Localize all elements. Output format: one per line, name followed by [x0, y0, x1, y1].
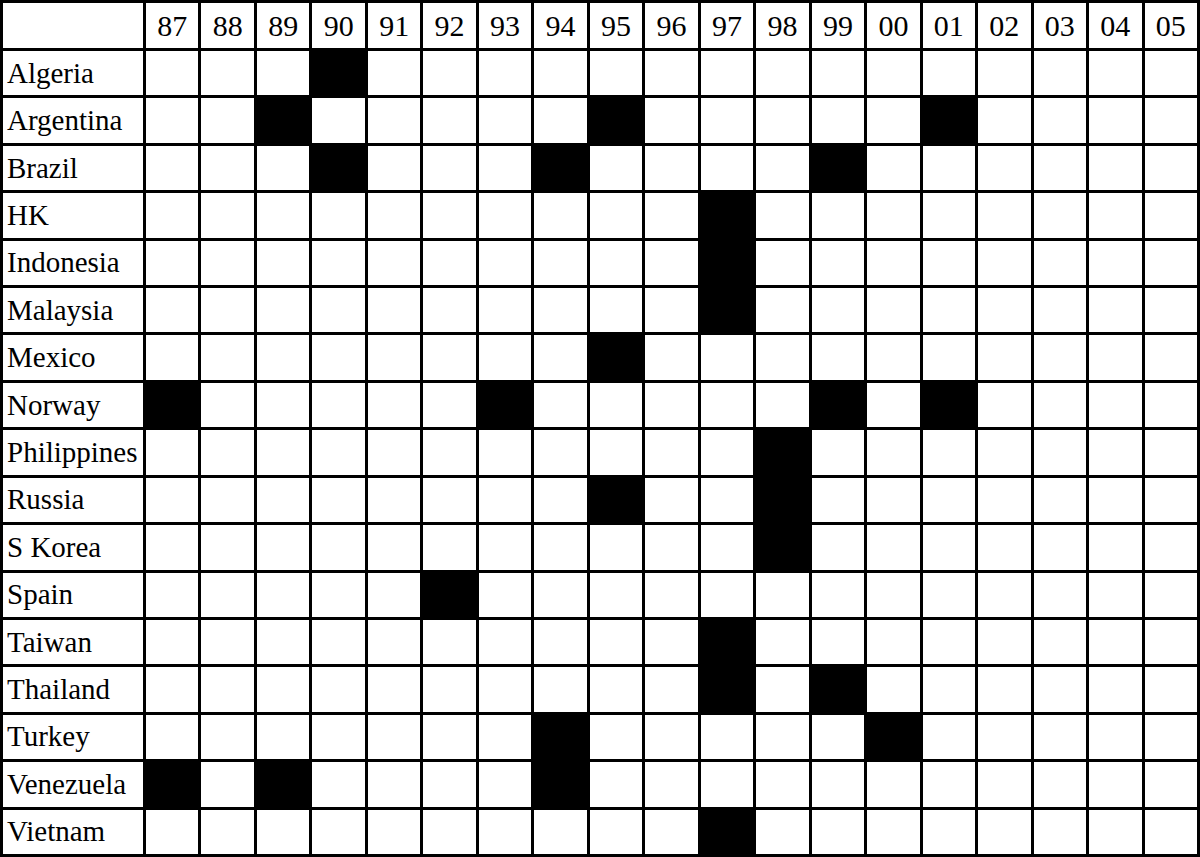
- row-label-norway: Norway: [3, 383, 143, 427]
- cell-taiwan-01: [923, 620, 975, 664]
- cell-argentina-92: [423, 98, 475, 142]
- cell-russia-05: [1145, 478, 1197, 522]
- cell-algeria-95: [590, 51, 642, 95]
- cell-taiwan-89: [257, 620, 309, 664]
- cell-thailand-92: [423, 667, 475, 711]
- crisis-year-grid: 87888990919293949596979899000102030405Al…: [0, 0, 1200, 857]
- row-label-venezuela: Venezuela: [3, 762, 143, 806]
- cell-mexico-00: [867, 335, 919, 379]
- cell-spain-97: [701, 573, 753, 617]
- cell-algeria-96: [645, 51, 697, 95]
- cell-venezuela-94: [534, 762, 586, 806]
- col-header-05: 05: [1145, 3, 1197, 48]
- cell-indonesia-93: [479, 241, 531, 285]
- cell-russia-89: [257, 478, 309, 522]
- row-label-turkey: Turkey: [3, 715, 143, 759]
- cell-russia-98: [756, 478, 808, 522]
- cell-spain-99: [812, 573, 864, 617]
- cell-hk-99: [812, 193, 864, 237]
- cell-argentina-02: [978, 98, 1030, 142]
- cell-mexico-03: [1034, 335, 1086, 379]
- cell-turkey-05: [1145, 715, 1197, 759]
- cell-spain-94: [534, 573, 586, 617]
- cell-thailand-03: [1034, 667, 1086, 711]
- cell-brazil-96: [645, 146, 697, 190]
- cell-spain-02: [978, 573, 1030, 617]
- cell-algeria-04: [1089, 51, 1141, 95]
- cell-argentina-96: [645, 98, 697, 142]
- row-label-taiwan: Taiwan: [3, 620, 143, 664]
- cell-s-korea-92: [423, 525, 475, 569]
- cell-vietnam-90: [312, 810, 364, 854]
- cell-indonesia-04: [1089, 241, 1141, 285]
- cell-thailand-90: [312, 667, 364, 711]
- cell-argentina-93: [479, 98, 531, 142]
- cell-indonesia-90: [312, 241, 364, 285]
- cell-venezuela-01: [923, 762, 975, 806]
- cell-turkey-01: [923, 715, 975, 759]
- cell-spain-96: [645, 573, 697, 617]
- cell-indonesia-01: [923, 241, 975, 285]
- cell-philippines-90: [312, 430, 364, 474]
- cell-taiwan-05: [1145, 620, 1197, 664]
- row-label-brazil: Brazil: [3, 146, 143, 190]
- cell-malaysia-90: [312, 288, 364, 332]
- cell-brazil-05: [1145, 146, 1197, 190]
- cell-mexico-89: [257, 335, 309, 379]
- cell-hk-89: [257, 193, 309, 237]
- cell-malaysia-93: [479, 288, 531, 332]
- cell-spain-89: [257, 573, 309, 617]
- cell-russia-87: [146, 478, 198, 522]
- cell-brazil-02: [978, 146, 1030, 190]
- row-label-spain: Spain: [3, 573, 143, 617]
- cell-spain-04: [1089, 573, 1141, 617]
- cell-mexico-01: [923, 335, 975, 379]
- cell-russia-96: [645, 478, 697, 522]
- cell-hk-92: [423, 193, 475, 237]
- cell-vietnam-00: [867, 810, 919, 854]
- cell-norway-92: [423, 383, 475, 427]
- cell-venezuela-00: [867, 762, 919, 806]
- cell-s-korea-95: [590, 525, 642, 569]
- row-label-mexico: Mexico: [3, 335, 143, 379]
- col-header-96: 96: [645, 3, 697, 48]
- cell-philippines-91: [368, 430, 420, 474]
- cell-indonesia-92: [423, 241, 475, 285]
- cell-norway-04: [1089, 383, 1141, 427]
- cell-taiwan-02: [978, 620, 1030, 664]
- cell-brazil-95: [590, 146, 642, 190]
- cell-indonesia-97: [701, 241, 753, 285]
- cell-s-korea-01: [923, 525, 975, 569]
- cell-s-korea-90: [312, 525, 364, 569]
- cell-hk-96: [645, 193, 697, 237]
- cell-malaysia-94: [534, 288, 586, 332]
- cell-mexico-87: [146, 335, 198, 379]
- cell-taiwan-98: [756, 620, 808, 664]
- cell-venezuela-91: [368, 762, 420, 806]
- cell-brazil-89: [257, 146, 309, 190]
- cell-algeria-87: [146, 51, 198, 95]
- cell-thailand-91: [368, 667, 420, 711]
- cell-brazil-98: [756, 146, 808, 190]
- cell-vietnam-04: [1089, 810, 1141, 854]
- cell-s-korea-93: [479, 525, 531, 569]
- cell-taiwan-93: [479, 620, 531, 664]
- row-label-hk: HK: [3, 193, 143, 237]
- cell-s-korea-89: [257, 525, 309, 569]
- cell-philippines-89: [257, 430, 309, 474]
- cell-brazil-88: [201, 146, 253, 190]
- col-header-89: 89: [257, 3, 309, 48]
- cell-philippines-96: [645, 430, 697, 474]
- cell-russia-94: [534, 478, 586, 522]
- cell-norway-00: [867, 383, 919, 427]
- cell-brazil-01: [923, 146, 975, 190]
- cell-russia-01: [923, 478, 975, 522]
- cell-thailand-95: [590, 667, 642, 711]
- cell-algeria-94: [534, 51, 586, 95]
- cell-russia-93: [479, 478, 531, 522]
- cell-brazil-91: [368, 146, 420, 190]
- cell-indonesia-94: [534, 241, 586, 285]
- cell-mexico-99: [812, 335, 864, 379]
- cell-argentina-99: [812, 98, 864, 142]
- cell-turkey-02: [978, 715, 1030, 759]
- row-label-russia: Russia: [3, 478, 143, 522]
- col-header-01: 01: [923, 3, 975, 48]
- row-label-argentina: Argentina: [3, 98, 143, 142]
- cell-turkey-90: [312, 715, 364, 759]
- cell-malaysia-89: [257, 288, 309, 332]
- cell-mexico-97: [701, 335, 753, 379]
- cell-mexico-88: [201, 335, 253, 379]
- col-header-00: 00: [867, 3, 919, 48]
- cell-thailand-04: [1089, 667, 1141, 711]
- cell-norway-88: [201, 383, 253, 427]
- cell-venezuela-93: [479, 762, 531, 806]
- cell-hk-94: [534, 193, 586, 237]
- cell-philippines-05: [1145, 430, 1197, 474]
- cell-malaysia-95: [590, 288, 642, 332]
- cell-thailand-88: [201, 667, 253, 711]
- cell-algeria-92: [423, 51, 475, 95]
- col-header-91: 91: [368, 3, 420, 48]
- cell-algeria-02: [978, 51, 1030, 95]
- cell-malaysia-02: [978, 288, 1030, 332]
- cell-indonesia-03: [1034, 241, 1086, 285]
- cell-indonesia-87: [146, 241, 198, 285]
- cell-argentina-00: [867, 98, 919, 142]
- row-label-algeria: Algeria: [3, 51, 143, 95]
- cell-venezuela-90: [312, 762, 364, 806]
- cell-spain-00: [867, 573, 919, 617]
- cell-brazil-00: [867, 146, 919, 190]
- cell-turkey-04: [1089, 715, 1141, 759]
- cell-venezuela-95: [590, 762, 642, 806]
- cell-russia-03: [1034, 478, 1086, 522]
- cell-algeria-03: [1034, 51, 1086, 95]
- cell-philippines-01: [923, 430, 975, 474]
- cell-algeria-05: [1145, 51, 1197, 95]
- cell-taiwan-94: [534, 620, 586, 664]
- cell-mexico-92: [423, 335, 475, 379]
- cell-brazil-90: [312, 146, 364, 190]
- cell-mexico-91: [368, 335, 420, 379]
- cell-vietnam-05: [1145, 810, 1197, 854]
- cell-thailand-89: [257, 667, 309, 711]
- cell-turkey-94: [534, 715, 586, 759]
- cell-algeria-88: [201, 51, 253, 95]
- cell-s-korea-04: [1089, 525, 1141, 569]
- cell-taiwan-91: [368, 620, 420, 664]
- cell-indonesia-00: [867, 241, 919, 285]
- cell-hk-91: [368, 193, 420, 237]
- cell-philippines-92: [423, 430, 475, 474]
- cell-spain-01: [923, 573, 975, 617]
- cell-venezuela-96: [645, 762, 697, 806]
- cell-vietnam-01: [923, 810, 975, 854]
- cell-s-korea-87: [146, 525, 198, 569]
- cell-s-korea-91: [368, 525, 420, 569]
- row-label-vietnam: Vietnam: [3, 810, 143, 854]
- cell-philippines-04: [1089, 430, 1141, 474]
- row-label-malaysia: Malaysia: [3, 288, 143, 332]
- cell-spain-93: [479, 573, 531, 617]
- col-header-87: 87: [146, 3, 198, 48]
- cell-argentina-97: [701, 98, 753, 142]
- cell-russia-95: [590, 478, 642, 522]
- cell-spain-90: [312, 573, 364, 617]
- cell-mexico-98: [756, 335, 808, 379]
- cell-norway-94: [534, 383, 586, 427]
- cell-philippines-03: [1034, 430, 1086, 474]
- cell-venezuela-05: [1145, 762, 1197, 806]
- cell-turkey-87: [146, 715, 198, 759]
- cell-s-korea-99: [812, 525, 864, 569]
- col-header-93: 93: [479, 3, 531, 48]
- cell-norway-05: [1145, 383, 1197, 427]
- cell-taiwan-90: [312, 620, 364, 664]
- cell-russia-99: [812, 478, 864, 522]
- cell-s-korea-00: [867, 525, 919, 569]
- cell-malaysia-87: [146, 288, 198, 332]
- cell-argentina-88: [201, 98, 253, 142]
- cell-hk-90: [312, 193, 364, 237]
- cell-spain-92: [423, 573, 475, 617]
- col-header-02: 02: [978, 3, 1030, 48]
- cell-vietnam-96: [645, 810, 697, 854]
- cell-russia-91: [368, 478, 420, 522]
- cell-turkey-88: [201, 715, 253, 759]
- cell-malaysia-88: [201, 288, 253, 332]
- cell-turkey-89: [257, 715, 309, 759]
- cell-thailand-94: [534, 667, 586, 711]
- cell-venezuela-04: [1089, 762, 1141, 806]
- cell-spain-91: [368, 573, 420, 617]
- cell-norway-93: [479, 383, 531, 427]
- cell-venezuela-03: [1034, 762, 1086, 806]
- cell-s-korea-97: [701, 525, 753, 569]
- cell-thailand-01: [923, 667, 975, 711]
- col-header-99: 99: [812, 3, 864, 48]
- cell-argentina-05: [1145, 98, 1197, 142]
- col-header-95: 95: [590, 3, 642, 48]
- cell-turkey-93: [479, 715, 531, 759]
- cell-brazil-97: [701, 146, 753, 190]
- cell-hk-97: [701, 193, 753, 237]
- cell-algeria-90: [312, 51, 364, 95]
- cell-russia-04: [1089, 478, 1141, 522]
- cell-russia-90: [312, 478, 364, 522]
- cell-hk-98: [756, 193, 808, 237]
- cell-vietnam-97: [701, 810, 753, 854]
- cell-mexico-94: [534, 335, 586, 379]
- cell-vietnam-02: [978, 810, 1030, 854]
- cell-algeria-89: [257, 51, 309, 95]
- cell-hk-88: [201, 193, 253, 237]
- cell-norway-02: [978, 383, 1030, 427]
- cell-algeria-91: [368, 51, 420, 95]
- cell-thailand-99: [812, 667, 864, 711]
- cell-argentina-90: [312, 98, 364, 142]
- cell-taiwan-04: [1089, 620, 1141, 664]
- cell-taiwan-96: [645, 620, 697, 664]
- cell-russia-02: [978, 478, 1030, 522]
- cell-hk-01: [923, 193, 975, 237]
- cell-norway-98: [756, 383, 808, 427]
- cell-s-korea-03: [1034, 525, 1086, 569]
- cell-brazil-87: [146, 146, 198, 190]
- cell-thailand-05: [1145, 667, 1197, 711]
- cell-russia-97: [701, 478, 753, 522]
- cell-hk-93: [479, 193, 531, 237]
- cell-taiwan-92: [423, 620, 475, 664]
- cell-venezuela-92: [423, 762, 475, 806]
- cell-malaysia-96: [645, 288, 697, 332]
- cell-spain-95: [590, 573, 642, 617]
- cell-philippines-87: [146, 430, 198, 474]
- cell-indonesia-99: [812, 241, 864, 285]
- cell-philippines-94: [534, 430, 586, 474]
- col-header-92: 92: [423, 3, 475, 48]
- col-header-94: 94: [534, 3, 586, 48]
- cell-vietnam-88: [201, 810, 253, 854]
- cell-algeria-01: [923, 51, 975, 95]
- row-label-indonesia: Indonesia: [3, 241, 143, 285]
- cell-s-korea-05: [1145, 525, 1197, 569]
- col-header-98: 98: [756, 3, 808, 48]
- cell-thailand-97: [701, 667, 753, 711]
- cell-hk-03: [1034, 193, 1086, 237]
- cell-turkey-92: [423, 715, 475, 759]
- cell-venezuela-98: [756, 762, 808, 806]
- cell-indonesia-96: [645, 241, 697, 285]
- cell-argentina-95: [590, 98, 642, 142]
- cell-venezuela-89: [257, 762, 309, 806]
- col-header-03: 03: [1034, 3, 1086, 48]
- cell-mexico-95: [590, 335, 642, 379]
- cell-vietnam-95: [590, 810, 642, 854]
- cell-russia-00: [867, 478, 919, 522]
- cell-norway-89: [257, 383, 309, 427]
- cell-turkey-00: [867, 715, 919, 759]
- cell-norway-01: [923, 383, 975, 427]
- cell-brazil-92: [423, 146, 475, 190]
- cell-venezuela-88: [201, 762, 253, 806]
- cell-argentina-87: [146, 98, 198, 142]
- cell-argentina-04: [1089, 98, 1141, 142]
- cell-thailand-00: [867, 667, 919, 711]
- cell-vietnam-87: [146, 810, 198, 854]
- cell-algeria-99: [812, 51, 864, 95]
- cell-malaysia-92: [423, 288, 475, 332]
- cell-norway-97: [701, 383, 753, 427]
- cell-hk-05: [1145, 193, 1197, 237]
- cell-taiwan-99: [812, 620, 864, 664]
- cell-s-korea-88: [201, 525, 253, 569]
- cell-brazil-04: [1089, 146, 1141, 190]
- cell-mexico-02: [978, 335, 1030, 379]
- cell-turkey-99: [812, 715, 864, 759]
- cell-turkey-97: [701, 715, 753, 759]
- row-label-philippines: Philippines: [3, 430, 143, 474]
- cell-norway-91: [368, 383, 420, 427]
- cell-vietnam-91: [368, 810, 420, 854]
- cell-vietnam-99: [812, 810, 864, 854]
- cell-vietnam-92: [423, 810, 475, 854]
- cell-indonesia-02: [978, 241, 1030, 285]
- cell-philippines-97: [701, 430, 753, 474]
- cell-venezuela-87: [146, 762, 198, 806]
- cell-hk-95: [590, 193, 642, 237]
- cell-malaysia-01: [923, 288, 975, 332]
- cell-indonesia-89: [257, 241, 309, 285]
- cell-mexico-96: [645, 335, 697, 379]
- cell-taiwan-97: [701, 620, 753, 664]
- cell-argentina-03: [1034, 98, 1086, 142]
- cell-spain-03: [1034, 573, 1086, 617]
- cell-mexico-05: [1145, 335, 1197, 379]
- cell-turkey-98: [756, 715, 808, 759]
- cell-vietnam-03: [1034, 810, 1086, 854]
- cell-philippines-02: [978, 430, 1030, 474]
- cell-vietnam-93: [479, 810, 531, 854]
- cell-hk-00: [867, 193, 919, 237]
- corner-cell: [3, 3, 143, 48]
- cell-turkey-96: [645, 715, 697, 759]
- cell-thailand-93: [479, 667, 531, 711]
- cell-spain-88: [201, 573, 253, 617]
- cell-algeria-93: [479, 51, 531, 95]
- cell-brazil-03: [1034, 146, 1086, 190]
- cell-malaysia-98: [756, 288, 808, 332]
- col-header-88: 88: [201, 3, 253, 48]
- cell-s-korea-98: [756, 525, 808, 569]
- cell-norway-03: [1034, 383, 1086, 427]
- cell-s-korea-94: [534, 525, 586, 569]
- cell-s-korea-96: [645, 525, 697, 569]
- cell-thailand-87: [146, 667, 198, 711]
- cell-mexico-90: [312, 335, 364, 379]
- cell-hk-04: [1089, 193, 1141, 237]
- cell-turkey-95: [590, 715, 642, 759]
- cell-norway-87: [146, 383, 198, 427]
- cell-argentina-01: [923, 98, 975, 142]
- cell-indonesia-88: [201, 241, 253, 285]
- cell-philippines-99: [812, 430, 864, 474]
